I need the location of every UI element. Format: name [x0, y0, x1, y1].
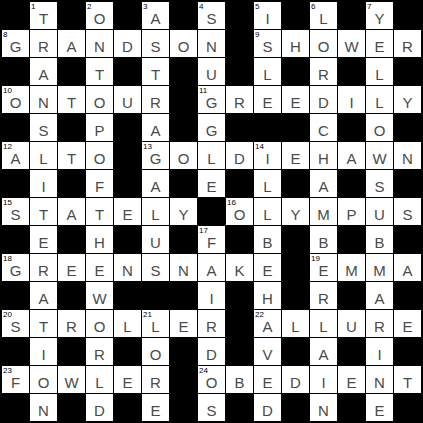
cell-letter: L: [207, 151, 215, 169]
cell-r4c3[interactable]: P: [86, 114, 113, 141]
black-cell-r0c4: [114, 2, 141, 29]
cell-r8c11[interactable]: B: [310, 226, 337, 253]
cell-r12c11[interactable]: A: [310, 338, 337, 365]
cell-r6c13[interactable]: S: [366, 170, 393, 197]
black-cell-r2c14: [394, 58, 421, 85]
cell-r6c9[interactable]: L: [254, 170, 281, 197]
cell-r14c3[interactable]: D: [86, 394, 113, 421]
cell-letter: R: [38, 39, 49, 57]
cell-r7c5[interactable]: L: [142, 198, 169, 225]
cell-letter: I: [209, 291, 213, 309]
cell-r11c9[interactable]: 22A: [254, 310, 281, 337]
black-cell-r6c10: [282, 170, 309, 197]
cell-r7c0[interactable]: 15S: [2, 198, 29, 225]
cell-r1c14[interactable]: R: [394, 30, 421, 57]
clue-number: 10: [3, 86, 12, 95]
cell-r5c7[interactable]: L: [198, 142, 225, 169]
black-cell-r9c10: [282, 254, 309, 281]
cell-r7c4[interactable]: E: [114, 198, 141, 225]
cell-r9c7[interactable]: A: [198, 254, 225, 281]
cell-letter: S: [150, 39, 160, 57]
cell-r11c6[interactable]: E: [170, 310, 197, 337]
cell-letter: R: [318, 67, 329, 85]
cell-letter: O: [10, 95, 22, 113]
clue-number: 5: [255, 2, 259, 11]
clue-number: 19: [311, 254, 320, 263]
clue-number: 23: [3, 366, 12, 375]
cell-r1c2[interactable]: A: [58, 30, 85, 57]
black-cell-r2c2: [58, 58, 85, 85]
cell-r13c14[interactable]: T: [394, 366, 421, 393]
cell-r13c9[interactable]: E: [254, 366, 281, 393]
cell-r7c13[interactable]: U: [366, 198, 393, 225]
cell-r0c3[interactable]: 2O: [86, 2, 113, 29]
cell-letter: R: [234, 95, 245, 113]
cell-r8c3[interactable]: H: [86, 226, 113, 253]
cell-letter: L: [375, 95, 383, 113]
cell-r1c0[interactable]: 8G: [2, 30, 29, 57]
cell-r9c11[interactable]: 19E: [310, 254, 337, 281]
black-cell-r8c14: [394, 226, 421, 253]
cell-r13c4[interactable]: E: [114, 366, 141, 393]
cell-letter: A: [10, 151, 20, 169]
cell-r3c8[interactable]: R: [226, 86, 253, 113]
black-cell-r2c8: [226, 58, 253, 85]
cell-letter: I: [41, 179, 45, 197]
cell-r1c5[interactable]: S: [142, 30, 169, 57]
cell-letter: A: [402, 263, 412, 281]
cell-letter: T: [95, 67, 104, 85]
black-cell-r10c0: [2, 282, 29, 309]
black-cell-r6c0: [2, 170, 29, 197]
cell-r13c0[interactable]: 23F: [2, 366, 29, 393]
black-cell-r4c2: [58, 114, 85, 141]
clue-number: 6: [311, 2, 315, 11]
cell-letter: I: [377, 347, 381, 365]
cell-r1c1[interactable]: R: [30, 30, 57, 57]
cell-r13c1[interactable]: O: [30, 366, 57, 393]
cell-letter: W: [64, 375, 78, 393]
cell-r13c10[interactable]: D: [282, 366, 309, 393]
cell-r4c13[interactable]: O: [366, 114, 393, 141]
cell-r3c0[interactable]: 10O: [2, 86, 29, 113]
cell-letter: A: [38, 67, 48, 85]
cell-r0c5[interactable]: 3A: [142, 2, 169, 29]
cell-r12c7[interactable]: D: [198, 338, 225, 365]
cell-r1c9[interactable]: 9S: [254, 30, 281, 57]
cell-r12c9[interactable]: V: [254, 338, 281, 365]
cell-letter: S: [374, 179, 384, 197]
cell-r0c13[interactable]: 7Y: [366, 2, 393, 29]
cell-letter: G: [10, 39, 22, 57]
cell-r3c5[interactable]: R: [142, 86, 169, 113]
cell-r11c5[interactable]: 21L: [142, 310, 169, 337]
cell-letter: N: [402, 151, 413, 169]
cell-r2c5[interactable]: T: [142, 58, 169, 85]
black-cell-r8c0: [2, 226, 29, 253]
cell-letter: F: [95, 179, 104, 197]
cell-r3c10[interactable]: E: [282, 86, 309, 113]
cell-r10c7[interactable]: I: [198, 282, 225, 309]
clue-number: 18: [3, 254, 12, 263]
black-cell-r4c12: [338, 114, 365, 141]
cell-r12c3[interactable]: R: [86, 338, 113, 365]
cell-r9c13[interactable]: M: [366, 254, 393, 281]
cell-letter: E: [66, 263, 76, 281]
cell-r4c7[interactable]: G: [198, 114, 225, 141]
black-cell-r0c14: [394, 2, 421, 29]
cell-r0c11[interactable]: 6L: [310, 2, 337, 29]
cell-letter: T: [151, 67, 160, 85]
cell-r11c7[interactable]: R: [198, 310, 225, 337]
cell-r5c2[interactable]: T: [58, 142, 85, 169]
black-cell-r14c10: [282, 394, 309, 421]
cell-letter: H: [94, 235, 105, 253]
cell-r7c8[interactable]: 16O: [226, 198, 253, 225]
cell-r14c5[interactable]: E: [142, 394, 169, 421]
cell-r4c11[interactable]: C: [310, 114, 337, 141]
cell-r7c2[interactable]: A: [58, 198, 85, 225]
cell-letter: T: [67, 151, 76, 169]
black-cell-r4c14: [394, 114, 421, 141]
black-cell-r0c10: [282, 2, 309, 29]
cell-r13c7[interactable]: 24O: [198, 366, 225, 393]
cell-letter: O: [150, 347, 162, 365]
cell-r9c8[interactable]: K: [226, 254, 253, 281]
cell-r9c9[interactable]: E: [254, 254, 281, 281]
cell-letter: L: [319, 11, 327, 29]
cell-r13c2[interactable]: W: [58, 366, 85, 393]
black-cell-r10c8: [226, 282, 253, 309]
cell-r13c3[interactable]: L: [86, 366, 113, 393]
clue-number: 7: [367, 2, 371, 11]
cell-r0c1[interactable]: 1T: [30, 2, 57, 29]
cell-letter: B: [262, 235, 272, 253]
black-cell-r12c6: [170, 338, 197, 365]
cell-r8c1[interactable]: E: [30, 226, 57, 253]
cell-r9c6[interactable]: N: [170, 254, 197, 281]
cell-letter: A: [150, 179, 160, 197]
cell-letter: N: [374, 375, 385, 393]
black-cell-r4c0: [2, 114, 29, 141]
cell-letter: S: [38, 123, 48, 141]
cell-r11c14[interactable]: E: [394, 310, 421, 337]
cell-letter: M: [317, 207, 330, 225]
cell-r11c0[interactable]: 20S: [2, 310, 29, 337]
cell-r9c12[interactable]: M: [338, 254, 365, 281]
cell-r11c11[interactable]: L: [310, 310, 337, 337]
cell-letter: A: [66, 39, 76, 57]
clue-number: 2: [87, 2, 91, 11]
cell-r2c3[interactable]: T: [86, 58, 113, 85]
black-cell-r4c10: [282, 114, 309, 141]
cell-r1c7[interactable]: N: [198, 30, 225, 57]
cell-r7c11[interactable]: M: [310, 198, 337, 225]
cell-r13c11[interactable]: I: [310, 366, 337, 393]
black-cell-r12c2: [58, 338, 85, 365]
cell-r5c11[interactable]: H: [310, 142, 337, 169]
cell-r7c14[interactable]: S: [394, 198, 421, 225]
cell-letter: L: [263, 67, 271, 85]
cell-letter: T: [67, 95, 76, 113]
cell-letter: E: [178, 319, 188, 337]
cell-r3c3[interactable]: O: [86, 86, 113, 113]
cell-r5c10[interactable]: E: [282, 142, 309, 169]
cell-r8c7[interactable]: 17F: [198, 226, 225, 253]
cell-r8c13[interactable]: B: [366, 226, 393, 253]
cell-letter: N: [178, 263, 189, 281]
cell-r5c1[interactable]: L: [30, 142, 57, 169]
cell-letter: L: [319, 319, 327, 337]
black-cell-r8c10: [282, 226, 309, 253]
cell-letter: U: [122, 95, 133, 113]
cell-letter: N: [318, 403, 329, 421]
cell-r11c12[interactable]: U: [338, 310, 365, 337]
cell-letter: O: [94, 95, 106, 113]
cell-letter: R: [318, 291, 329, 309]
cell-letter: O: [178, 39, 190, 57]
black-cell-r10c5: [142, 282, 169, 309]
cell-r6c1[interactable]: I: [30, 170, 57, 197]
black-cell-r6c8: [226, 170, 253, 197]
cell-r5c12[interactable]: A: [338, 142, 365, 169]
cell-r9c14[interactable]: A: [394, 254, 421, 281]
cell-r7c10[interactable]: Y: [282, 198, 309, 225]
cell-r12c5[interactable]: O: [142, 338, 169, 365]
cell-r13c8[interactable]: B: [226, 366, 253, 393]
cell-letter: D: [234, 151, 245, 169]
cell-r2c1[interactable]: A: [30, 58, 57, 85]
cell-letter: A: [38, 291, 48, 309]
black-cell-r0c0: [2, 2, 29, 29]
clue-number: 13: [143, 142, 152, 151]
black-cell-r0c12: [338, 2, 365, 29]
cell-letter: E: [402, 319, 412, 337]
cell-letter: A: [346, 151, 356, 169]
cell-r10c3[interactable]: W: [86, 282, 113, 309]
cell-r3c7[interactable]: 11G: [198, 86, 225, 113]
clue-number: 17: [199, 226, 208, 235]
cell-r12c13[interactable]: I: [366, 338, 393, 365]
cell-r13c5[interactable]: R: [142, 366, 169, 393]
black-cell-r8c6: [170, 226, 197, 253]
black-cell-r4c6: [170, 114, 197, 141]
cell-letter: A: [66, 207, 76, 225]
cell-r12c1[interactable]: I: [30, 338, 57, 365]
cell-r11c4[interactable]: L: [114, 310, 141, 337]
clue-number: 24: [199, 366, 208, 375]
clue-number: 11: [199, 86, 207, 95]
cell-r9c4[interactable]: N: [114, 254, 141, 281]
black-cell-r14c8: [226, 394, 253, 421]
cell-letter: L: [123, 319, 131, 337]
clue-number: 12: [3, 142, 12, 151]
clue-number: 16: [227, 198, 236, 207]
cell-r5c6[interactable]: O: [170, 142, 197, 169]
cell-letter: L: [375, 67, 383, 85]
cell-r2c13[interactable]: L: [366, 58, 393, 85]
cell-r9c0[interactable]: 18G: [2, 254, 29, 281]
cell-letter: C: [318, 123, 329, 141]
cell-letter: O: [206, 375, 218, 393]
black-cell-r4c9: [254, 114, 281, 141]
cell-r10c1[interactable]: A: [30, 282, 57, 309]
cell-r5c5[interactable]: 13G: [142, 142, 169, 169]
cell-r1c12[interactable]: W: [338, 30, 365, 57]
cell-r4c5[interactable]: A: [142, 114, 169, 141]
black-cell-r14c12: [338, 394, 365, 421]
cell-r9c2[interactable]: E: [58, 254, 85, 281]
cell-r7c1[interactable]: T: [30, 198, 57, 225]
cell-letter: L: [151, 207, 159, 225]
cell-r3c2[interactable]: T: [58, 86, 85, 113]
clue-number: 3: [143, 2, 147, 11]
cell-r14c13[interactable]: E: [366, 394, 393, 421]
cell-r14c7[interactable]: S: [198, 394, 225, 421]
cell-r5c9[interactable]: 14I: [254, 142, 281, 169]
cell-letter: O: [374, 123, 386, 141]
cell-r11c1[interactable]: T: [30, 310, 57, 337]
cell-letter: E: [318, 263, 328, 281]
cell-letter: R: [66, 319, 77, 337]
cell-r6c11[interactable]: A: [310, 170, 337, 197]
black-cell-r10c6: [170, 282, 197, 309]
cell-r10c9[interactable]: H: [254, 282, 281, 309]
cell-r14c11[interactable]: N: [310, 394, 337, 421]
cell-letter: D: [122, 39, 133, 57]
cell-r3c12[interactable]: I: [338, 86, 365, 113]
cell-r3c14[interactable]: Y: [394, 86, 421, 113]
black-cell-r14c6: [170, 394, 197, 421]
clue-number: 20: [3, 310, 12, 319]
cell-letter: R: [38, 263, 49, 281]
cell-letter: O: [318, 39, 330, 57]
cell-r3c1[interactable]: N: [30, 86, 57, 113]
cell-letter: E: [262, 263, 272, 281]
cell-r7c6[interactable]: Y: [170, 198, 197, 225]
cell-r5c14[interactable]: N: [394, 142, 421, 169]
cell-letter: S: [10, 319, 20, 337]
cell-r8c5[interactable]: U: [142, 226, 169, 253]
cell-r6c3[interactable]: F: [86, 170, 113, 197]
cell-letter: Y: [402, 95, 412, 113]
cell-letter: W: [372, 151, 386, 169]
black-cell-r6c4: [114, 170, 141, 197]
cell-r1c6[interactable]: O: [170, 30, 197, 57]
cell-r0c9[interactable]: 5I: [254, 2, 281, 29]
cell-r3c13[interactable]: L: [366, 86, 393, 113]
clue-number: 4: [199, 2, 203, 11]
cell-letter: R: [150, 375, 161, 393]
cell-letter: E: [346, 375, 356, 393]
cell-r3c4[interactable]: U: [114, 86, 141, 113]
cell-r11c13[interactable]: R: [366, 310, 393, 337]
cell-letter: I: [41, 347, 45, 365]
cell-r5c13[interactable]: W: [366, 142, 393, 169]
cell-r1c3[interactable]: N: [86, 30, 113, 57]
black-cell-r5c4: [114, 142, 141, 169]
cell-r3c11[interactable]: D: [310, 86, 337, 113]
black-cell-r6c14: [394, 170, 421, 197]
cell-r1c10[interactable]: H: [282, 30, 309, 57]
cell-r8c9[interactable]: B: [254, 226, 281, 253]
black-cell-r8c12: [338, 226, 365, 253]
cell-r5c3[interactable]: O: [86, 142, 113, 169]
cell-r0c7[interactable]: 4S: [198, 2, 225, 29]
cell-letter: G: [150, 151, 162, 169]
cell-letter: U: [374, 207, 385, 225]
clue-number: 22: [255, 310, 264, 319]
cell-r10c13[interactable]: A: [366, 282, 393, 309]
cell-letter: N: [94, 39, 105, 57]
cell-r1c13[interactable]: E: [366, 30, 393, 57]
clue-number: 15: [3, 198, 12, 207]
black-cell-r0c2: [58, 2, 85, 29]
cell-r3c9[interactable]: E: [254, 86, 281, 113]
cell-letter: S: [150, 263, 160, 281]
black-cell-r14c14: [394, 394, 421, 421]
cell-letter: H: [262, 291, 273, 309]
cell-r7c3[interactable]: T: [86, 198, 113, 225]
cell-r7c12[interactable]: P: [338, 198, 365, 225]
cell-letter: E: [122, 375, 132, 393]
cell-r6c7[interactable]: E: [198, 170, 225, 197]
cell-letter: S: [262, 39, 272, 57]
clue-number: 21: [143, 310, 152, 319]
cell-r13c12[interactable]: E: [338, 366, 365, 393]
cell-letter: T: [403, 375, 412, 393]
cell-letter: E: [122, 207, 132, 225]
cell-letter: S: [206, 11, 216, 29]
black-cell-r2c10: [282, 58, 309, 85]
cell-letter: P: [346, 207, 356, 225]
cell-r9c3[interactable]: E: [86, 254, 113, 281]
cell-r14c9[interactable]: D: [254, 394, 281, 421]
cell-letter: G: [206, 123, 218, 141]
cell-r9c5[interactable]: S: [142, 254, 169, 281]
cell-r7c9[interactable]: L: [254, 198, 281, 225]
cell-r13c13[interactable]: N: [366, 366, 393, 393]
cell-r2c9[interactable]: L: [254, 58, 281, 85]
cell-letter: R: [150, 95, 161, 113]
cell-r4c1[interactable]: S: [30, 114, 57, 141]
black-cell-r1c8: [226, 30, 253, 57]
cell-letter: S: [206, 403, 216, 421]
cell-r6c5[interactable]: A: [142, 170, 169, 197]
cell-letter: L: [263, 207, 271, 225]
cell-letter: M: [373, 263, 386, 281]
cell-r9c1[interactable]: R: [30, 254, 57, 281]
cell-letter: L: [263, 179, 271, 197]
black-cell-r10c12: [338, 282, 365, 309]
cell-r1c4[interactable]: D: [114, 30, 141, 57]
cell-r5c0[interactable]: 12A: [2, 142, 29, 169]
cell-r14c1[interactable]: N: [30, 394, 57, 421]
cell-r2c7[interactable]: U: [198, 58, 225, 85]
cell-r11c2[interactable]: R: [58, 310, 85, 337]
cell-r2c11[interactable]: R: [310, 58, 337, 85]
cell-letter: A: [374, 291, 384, 309]
cell-letter: H: [318, 151, 329, 169]
black-cell-r2c6: [170, 58, 197, 85]
cell-r11c10[interactable]: L: [282, 310, 309, 337]
cell-r5c8[interactable]: D: [226, 142, 253, 169]
crossword-grid: 1T2O3A4S5I6L7Y8GRANDSON9SHOWERATTULRL10O…: [0, 0, 423, 423]
cell-letter: E: [150, 403, 160, 421]
cell-r1c11[interactable]: O: [310, 30, 337, 57]
cell-r11c3[interactable]: O: [86, 310, 113, 337]
cell-r10c11[interactable]: R: [310, 282, 337, 309]
